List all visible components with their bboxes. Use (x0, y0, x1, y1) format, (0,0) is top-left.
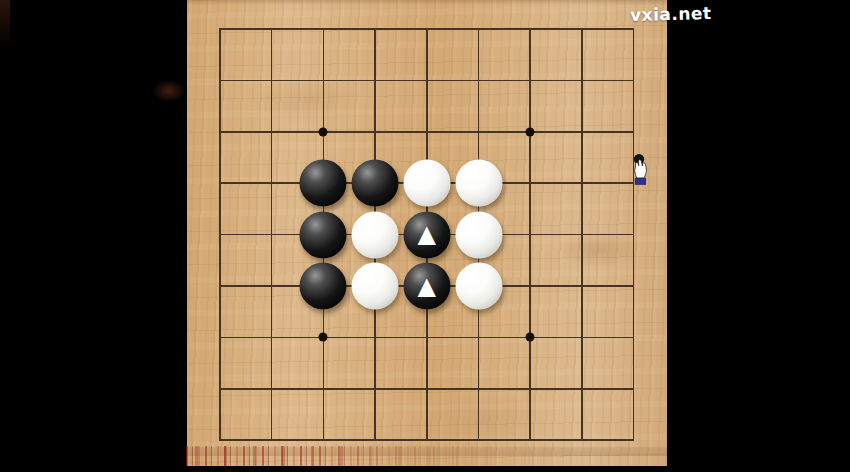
go-board-grid[interactable]: ▲▲ (220, 29, 634, 440)
video-frame: ▲▲ vxia.net (0, 0, 850, 472)
triangle-marker: ▲ (403, 262, 450, 309)
grid-line-horizontal (219, 439, 634, 441)
bottom-edge-strip (185, 466, 667, 472)
letterbox-bar-right (667, 0, 850, 472)
white-stone-F6 (455, 160, 502, 207)
grid-line-vertical (581, 28, 583, 441)
watermark-text: vxia.net (630, 3, 712, 25)
black-stone-E4: ▲ (403, 263, 450, 310)
grid-line-horizontal (219, 337, 634, 339)
black-stone-C6 (300, 160, 347, 207)
triangle-marker: ▲ (403, 210, 450, 257)
star-point (526, 127, 535, 136)
black-stone-E5: ▲ (403, 211, 450, 258)
grid-line-horizontal (219, 388, 634, 390)
compression-artifact (146, 76, 192, 106)
red-compression-streaks (186, 446, 571, 467)
white-stone-D5 (352, 211, 399, 258)
black-stone-C4 (300, 263, 347, 310)
white-stone-F5 (455, 211, 502, 258)
white-stone-E6 (403, 160, 450, 207)
black-stone-D6 (352, 160, 399, 207)
white-stone-D4 (352, 263, 399, 310)
hand-cursor-icon (631, 153, 649, 188)
star-point (319, 127, 328, 136)
star-point (319, 333, 328, 342)
star-point (526, 333, 535, 342)
letterbox-bar-left (0, 0, 187, 472)
black-stone-C5 (300, 211, 347, 258)
grid-line-vertical (633, 28, 635, 441)
compression-artifact (0, 0, 10, 60)
grid-line-vertical (529, 28, 531, 441)
goban-wood-surface: ▲▲ (187, 0, 667, 472)
white-stone-F4 (455, 263, 502, 310)
